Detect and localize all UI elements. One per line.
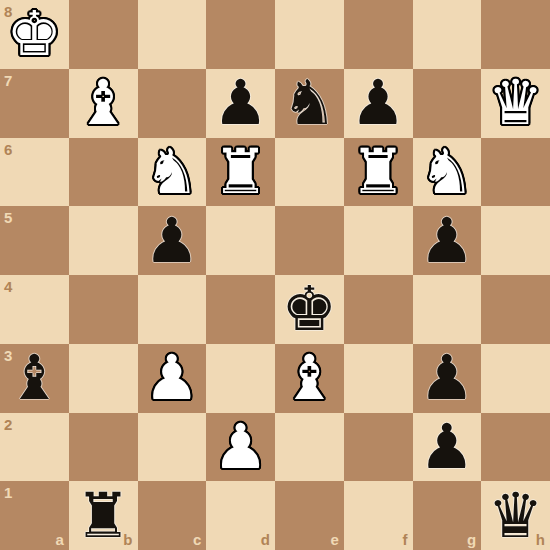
square-c4[interactable] [138, 275, 207, 344]
square-d6[interactable]: ♜ [206, 138, 275, 207]
square-b8[interactable] [69, 0, 138, 69]
square-c5[interactable]: ♟ [138, 206, 207, 275]
square-b1[interactable]: b♜ [69, 481, 138, 550]
square-a1[interactable]: 1a [0, 481, 69, 550]
square-b5[interactable] [69, 206, 138, 275]
square-c1[interactable]: c [138, 481, 207, 550]
black-pawn-f7[interactable]: ♟ [344, 69, 413, 138]
white-knight-c6[interactable]: ♞ [138, 138, 207, 207]
square-f2[interactable] [344, 413, 413, 482]
square-g6[interactable]: ♞ [413, 138, 482, 207]
square-h3[interactable] [481, 344, 550, 413]
rank-label-2: 2 [4, 416, 12, 433]
white-pawn-d2[interactable]: ♟ [206, 413, 275, 482]
file-label-d: d [261, 531, 270, 548]
square-e8[interactable] [275, 0, 344, 69]
black-queen-h1[interactable]: ♛ [481, 481, 550, 550]
black-bishop-a3[interactable]: ♝ [0, 344, 69, 413]
square-h2[interactable] [481, 413, 550, 482]
white-knight-g6[interactable]: ♞ [413, 138, 482, 207]
square-a5[interactable]: 5 [0, 206, 69, 275]
square-b3[interactable] [69, 344, 138, 413]
square-b2[interactable] [69, 413, 138, 482]
rank-label-5: 5 [4, 209, 12, 226]
square-g1[interactable]: g [413, 481, 482, 550]
square-d7[interactable]: ♟ [206, 69, 275, 138]
black-pawn-g5[interactable]: ♟ [413, 206, 482, 275]
square-e7[interactable]: ♞ [275, 69, 344, 138]
square-c7[interactable] [138, 69, 207, 138]
square-f7[interactable]: ♟ [344, 69, 413, 138]
rank-label-7: 7 [4, 72, 12, 89]
square-g8[interactable] [413, 0, 482, 69]
chess-board: 8♚7♝♟♞♟♛6♞♜♜♞5♟♟4♚3♝♟♝♟2♟♟1ab♜cdefgh♛ [0, 0, 550, 550]
square-h5[interactable] [481, 206, 550, 275]
square-d8[interactable] [206, 0, 275, 69]
square-f5[interactable] [344, 206, 413, 275]
white-queen-h7[interactable]: ♛ [481, 69, 550, 138]
square-h6[interactable] [481, 138, 550, 207]
square-f6[interactable]: ♜ [344, 138, 413, 207]
square-d2[interactable]: ♟ [206, 413, 275, 482]
square-e2[interactable] [275, 413, 344, 482]
square-a6[interactable]: 6 [0, 138, 69, 207]
white-pawn-c3[interactable]: ♟ [138, 344, 207, 413]
square-d4[interactable] [206, 275, 275, 344]
square-e1[interactable]: e [275, 481, 344, 550]
square-e5[interactable] [275, 206, 344, 275]
square-f1[interactable]: f [344, 481, 413, 550]
square-a2[interactable]: 2 [0, 413, 69, 482]
black-pawn-g3[interactable]: ♟ [413, 344, 482, 413]
square-b7[interactable]: ♝ [69, 69, 138, 138]
black-king-e4[interactable]: ♚ [275, 275, 344, 344]
square-a4[interactable]: 4 [0, 275, 69, 344]
file-label-c: c [193, 531, 201, 548]
white-rook-f6[interactable]: ♜ [344, 138, 413, 207]
square-e6[interactable] [275, 138, 344, 207]
file-label-e: e [330, 531, 338, 548]
black-knight-e7[interactable]: ♞ [275, 69, 344, 138]
rank-label-6: 6 [4, 141, 12, 158]
square-b6[interactable] [69, 138, 138, 207]
white-bishop-b7[interactable]: ♝ [69, 69, 138, 138]
white-rook-d6[interactable]: ♜ [206, 138, 275, 207]
square-d5[interactable] [206, 206, 275, 275]
square-c3[interactable]: ♟ [138, 344, 207, 413]
square-h7[interactable]: ♛ [481, 69, 550, 138]
square-h4[interactable] [481, 275, 550, 344]
square-b4[interactable] [69, 275, 138, 344]
black-rook-b1[interactable]: ♜ [69, 481, 138, 550]
rank-label-1: 1 [4, 484, 12, 501]
square-d1[interactable]: d [206, 481, 275, 550]
black-pawn-c5[interactable]: ♟ [138, 206, 207, 275]
square-d3[interactable] [206, 344, 275, 413]
square-g4[interactable] [413, 275, 482, 344]
square-g2[interactable]: ♟ [413, 413, 482, 482]
square-g3[interactable]: ♟ [413, 344, 482, 413]
white-bishop-e3[interactable]: ♝ [275, 344, 344, 413]
square-a8[interactable]: 8♚ [0, 0, 69, 69]
square-f4[interactable] [344, 275, 413, 344]
square-e3[interactable]: ♝ [275, 344, 344, 413]
square-g7[interactable] [413, 69, 482, 138]
file-label-g: g [467, 531, 476, 548]
black-pawn-d7[interactable]: ♟ [206, 69, 275, 138]
square-f8[interactable] [344, 0, 413, 69]
square-a3[interactable]: 3♝ [0, 344, 69, 413]
square-a7[interactable]: 7 [0, 69, 69, 138]
file-label-f: f [403, 531, 408, 548]
white-king-a8[interactable]: ♚ [0, 0, 69, 69]
square-c2[interactable] [138, 413, 207, 482]
square-h8[interactable] [481, 0, 550, 69]
black-pawn-g2[interactable]: ♟ [413, 413, 482, 482]
chess-board-container: 8♚7♝♟♞♟♛6♞♜♜♞5♟♟4♚3♝♟♝♟2♟♟1ab♜cdefgh♛ [0, 0, 550, 550]
square-h1[interactable]: h♛ [481, 481, 550, 550]
file-label-a: a [55, 531, 63, 548]
square-g5[interactable]: ♟ [413, 206, 482, 275]
square-c8[interactable] [138, 0, 207, 69]
square-c6[interactable]: ♞ [138, 138, 207, 207]
square-f3[interactable] [344, 344, 413, 413]
rank-label-4: 4 [4, 278, 12, 295]
square-e4[interactable]: ♚ [275, 275, 344, 344]
